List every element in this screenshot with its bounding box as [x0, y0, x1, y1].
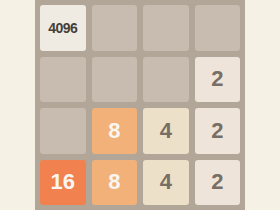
tile-4096: 4096 [40, 5, 86, 51]
empty-cell [40, 57, 86, 103]
empty-cell [143, 57, 189, 103]
tile-2: 2 [195, 57, 241, 103]
empty-cell [92, 5, 138, 51]
empty-cell [40, 108, 86, 154]
tile-8: 8 [92, 160, 138, 206]
empty-cell [92, 57, 138, 103]
tile-2: 2 [195, 108, 241, 154]
tile-4: 4 [143, 160, 189, 206]
empty-cell [195, 5, 241, 51]
tile-2: 2 [195, 160, 241, 206]
tile-4: 4 [143, 108, 189, 154]
tile-8: 8 [92, 108, 138, 154]
board-2048[interactable]: 4096284216842 [35, 0, 245, 210]
page-background: 4096284216842 [0, 0, 280, 210]
tile-16: 16 [40, 160, 86, 206]
empty-cell [143, 5, 189, 51]
